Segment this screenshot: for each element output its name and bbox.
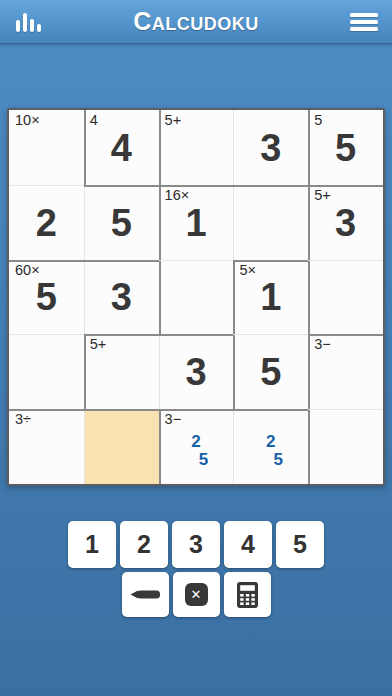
header-bar: Calcudoku bbox=[0, 0, 392, 44]
grid-cell-r4c0[interactable]: 3÷ bbox=[9, 409, 84, 484]
page-title: Calcudoku bbox=[0, 7, 392, 36]
calculator-button[interactable] bbox=[224, 572, 271, 617]
key-4[interactable]: 4 bbox=[224, 521, 272, 568]
cell-value: 3 bbox=[233, 110, 308, 185]
pencil-mark: 2 bbox=[191, 432, 200, 449]
keypad: 12345 ✕ bbox=[0, 521, 392, 617]
grid-cell-r2c0[interactable]: 60×5 bbox=[9, 260, 84, 335]
grid-cell-r2c4[interactable] bbox=[308, 260, 383, 335]
clear-button[interactable]: ✕ bbox=[173, 572, 220, 617]
cage-clue: 3− bbox=[165, 412, 182, 427]
grid-cell-r0c0[interactable]: 10× bbox=[9, 110, 84, 185]
key-2[interactable]: 2 bbox=[120, 521, 168, 568]
number-key-row: 12345 bbox=[0, 521, 392, 568]
cell-value: 2 bbox=[9, 185, 84, 260]
grid-cell-r1c3[interactable] bbox=[233, 185, 308, 260]
clear-icon: ✕ bbox=[185, 583, 208, 606]
grid-cell-r1c4[interactable]: 5+3 bbox=[308, 185, 383, 260]
cage-clue: 3÷ bbox=[15, 412, 31, 427]
grid-cell-r3c4[interactable]: 3− bbox=[308, 334, 383, 409]
tool-key-row: ✕ bbox=[0, 572, 392, 617]
calculator-icon bbox=[237, 582, 258, 608]
grid-cell-r3c3[interactable]: 5 bbox=[233, 334, 308, 409]
pencil-mark: 5 bbox=[274, 451, 283, 468]
key-1[interactable]: 1 bbox=[68, 521, 116, 568]
grid-cell-r1c0[interactable]: 2 bbox=[9, 185, 84, 260]
grid-cell-r4c4[interactable] bbox=[308, 409, 383, 484]
cage-clue: 10× bbox=[15, 113, 40, 128]
grid-cell-r0c2[interactable]: 5+ bbox=[159, 110, 234, 185]
cell-value: 3 bbox=[84, 260, 159, 335]
grid-cell-r2c1[interactable]: 3 bbox=[84, 260, 159, 335]
pencil-button[interactable] bbox=[122, 572, 169, 617]
cell-value: 3 bbox=[308, 185, 383, 260]
puzzle-grid: 10×445+3552516×15+360×535×15+353−3÷3−252… bbox=[7, 108, 385, 486]
cell-value: 1 bbox=[159, 185, 234, 260]
cell-value: 4 bbox=[84, 110, 159, 185]
pencil-icon bbox=[130, 589, 161, 600]
cage-clue: 5+ bbox=[165, 113, 182, 128]
cell-value: 5 bbox=[9, 260, 84, 335]
calcudoku-app: Calcudoku 10×445+3552516×15+360×535×15+3… bbox=[0, 0, 392, 696]
grid-cell-r4c3[interactable]: 25 bbox=[233, 409, 308, 484]
pencil-mark: 5 bbox=[199, 451, 208, 468]
cage-clue: 3− bbox=[314, 337, 331, 352]
grid-cell-r0c4[interactable]: 55 bbox=[308, 110, 383, 185]
grid-cell-r3c1[interactable]: 5+ bbox=[84, 334, 159, 409]
grid-cell-r2c2[interactable] bbox=[159, 260, 234, 335]
key-5[interactable]: 5 bbox=[276, 521, 324, 568]
cage-clue: 5+ bbox=[90, 337, 107, 352]
grid-cell-r4c2[interactable]: 3−25 bbox=[159, 409, 234, 484]
grid-cell-r0c3[interactable]: 3 bbox=[233, 110, 308, 185]
key-3[interactable]: 3 bbox=[172, 521, 220, 568]
pencil-mark: 2 bbox=[266, 432, 275, 449]
bar-chart-stats-icon bbox=[16, 12, 41, 32]
cell-value: 5 bbox=[308, 110, 383, 185]
menu-button[interactable] bbox=[336, 0, 392, 44]
grid-cell-r1c1[interactable]: 5 bbox=[84, 185, 159, 260]
cell-value: 3 bbox=[159, 334, 234, 409]
cell-value: 5 bbox=[84, 185, 159, 260]
hamburger-menu-icon bbox=[350, 13, 378, 31]
grid-cell-r3c0[interactable] bbox=[9, 334, 84, 409]
grid-cell-r1c2[interactable]: 16×1 bbox=[159, 185, 234, 260]
cell-value: 5 bbox=[233, 334, 308, 409]
stats-button[interactable] bbox=[0, 0, 56, 44]
grid-cell-r0c1[interactable]: 44 bbox=[84, 110, 159, 185]
grid-cell-r3c2[interactable]: 3 bbox=[159, 334, 234, 409]
grid-cell-r2c3[interactable]: 5×1 bbox=[233, 260, 308, 335]
grid-cell-r4c1[interactable] bbox=[84, 409, 159, 484]
cell-value: 1 bbox=[233, 260, 308, 335]
